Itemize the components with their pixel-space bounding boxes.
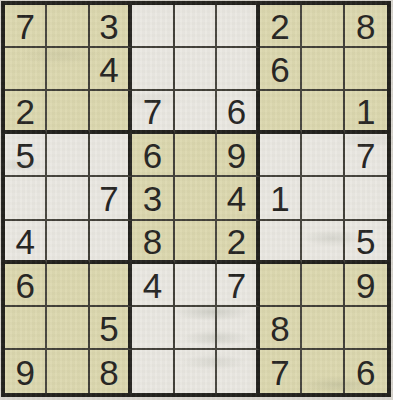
- given-digit: 7: [356, 138, 375, 173]
- sudoku-cell-r3c1: 2: [5, 91, 47, 134]
- sudoku-cell-r7c7[interactable]: [260, 264, 302, 307]
- sudoku-cell-r8c3: 5: [90, 307, 132, 350]
- sudoku-cell-r8c1[interactable]: [5, 307, 47, 350]
- sudoku-cell-r1c3: 3: [90, 5, 132, 48]
- sudoku-cell-r7c9: 9: [345, 264, 387, 307]
- sudoku-cell-r4c3[interactable]: [90, 134, 132, 177]
- sudoku-cell-r2c9[interactable]: [345, 48, 387, 91]
- sudoku-cell-r6c4: 8: [132, 221, 174, 264]
- sudoku-cell-r7c1: 6: [5, 264, 47, 307]
- sudoku-cell-r2c5[interactable]: [175, 48, 217, 91]
- sudoku-cell-r5c5[interactable]: [175, 177, 217, 220]
- sudoku-cell-r2c8[interactable]: [302, 48, 344, 91]
- sudoku-cell-r8c4[interactable]: [132, 307, 174, 350]
- sudoku-cell-r8c5[interactable]: [175, 307, 217, 350]
- given-digit: 6: [143, 138, 162, 173]
- given-digit: 7: [99, 181, 118, 216]
- sudoku-cell-r2c3: 4: [90, 48, 132, 91]
- given-digit: 5: [99, 311, 118, 346]
- given-digit: 8: [143, 224, 162, 259]
- given-digit: 4: [15, 224, 34, 259]
- sudoku-cell-r1c1: 7: [5, 5, 47, 48]
- sudoku-cell-r1c9: 8: [345, 5, 387, 48]
- sudoku-cell-r6c9: 5: [345, 221, 387, 264]
- sudoku-cell-r9c7: 7: [260, 350, 302, 393]
- sudoku-cell-r5c2[interactable]: [47, 177, 89, 220]
- sudoku-cell-r9c5[interactable]: [175, 350, 217, 393]
- given-digit: 1: [356, 94, 375, 129]
- given-digit: 9: [356, 268, 375, 303]
- sudoku-cell-r6c8[interactable]: [302, 221, 344, 264]
- sudoku-cell-r2c6[interactable]: [217, 48, 259, 91]
- given-digit: 7: [143, 94, 162, 129]
- sudoku-cell-r3c9: 1: [345, 91, 387, 134]
- sudoku-cell-r9c6[interactable]: [217, 350, 259, 393]
- sudoku-board: 73284627615697734148256479589876: [1, 1, 391, 397]
- sudoku-cell-r8c9[interactable]: [345, 307, 387, 350]
- given-digit: 3: [143, 181, 162, 216]
- sudoku-cell-r6c5[interactable]: [175, 221, 217, 264]
- given-digit: 6: [356, 355, 375, 390]
- given-digit: 7: [270, 355, 289, 390]
- sudoku-cell-r5c4: 3: [132, 177, 174, 220]
- given-digit: 9: [15, 355, 34, 390]
- sudoku-cell-r7c3[interactable]: [90, 264, 132, 307]
- sudoku-cell-r2c1[interactable]: [5, 48, 47, 91]
- sudoku-cell-r3c4: 7: [132, 91, 174, 134]
- sudoku-cell-r7c4: 4: [132, 264, 174, 307]
- sudoku-cell-r1c4[interactable]: [132, 5, 174, 48]
- given-digit: 4: [99, 52, 118, 87]
- sudoku-cell-r5c6: 4: [217, 177, 259, 220]
- sudoku-cell-r3c7[interactable]: [260, 91, 302, 134]
- sudoku-cell-r9c8[interactable]: [302, 350, 344, 393]
- sudoku-cell-r3c3[interactable]: [90, 91, 132, 134]
- sudoku-cell-r4c8[interactable]: [302, 134, 344, 177]
- given-digit: 7: [227, 268, 246, 303]
- sudoku-cell-r7c6: 7: [217, 264, 259, 307]
- sudoku-cell-r3c8[interactable]: [302, 91, 344, 134]
- given-digit: 8: [99, 355, 118, 390]
- sudoku-cell-r4c9: 7: [345, 134, 387, 177]
- sudoku-cell-r6c7[interactable]: [260, 221, 302, 264]
- sudoku-cell-r4c4: 6: [132, 134, 174, 177]
- sudoku-cell-r2c7: 6: [260, 48, 302, 91]
- given-digit: 1: [270, 181, 289, 216]
- sudoku-cell-r8c7: 8: [260, 307, 302, 350]
- sudoku-cell-r5c8[interactable]: [302, 177, 344, 220]
- newspaper-sudoku-scan: 73284627615697734148256479589876: [0, 0, 393, 400]
- given-digit: 5: [356, 224, 375, 259]
- sudoku-cell-r6c3[interactable]: [90, 221, 132, 264]
- sudoku-cell-r1c6[interactable]: [217, 5, 259, 48]
- sudoku-cell-r9c3: 8: [90, 350, 132, 393]
- given-digit: 5: [15, 138, 34, 173]
- given-digit: 8: [356, 9, 375, 44]
- sudoku-cell-r5c1[interactable]: [5, 177, 47, 220]
- sudoku-cell-r3c6: 6: [217, 91, 259, 134]
- sudoku-cell-r9c4[interactable]: [132, 350, 174, 393]
- sudoku-cell-r9c2[interactable]: [47, 350, 89, 393]
- sudoku-cell-r6c1: 4: [5, 221, 47, 264]
- sudoku-cell-r4c2[interactable]: [47, 134, 89, 177]
- given-digit: 7: [15, 9, 34, 44]
- sudoku-cell-r9c1: 9: [5, 350, 47, 393]
- sudoku-cell-r1c5[interactable]: [175, 5, 217, 48]
- sudoku-cell-r4c6: 9: [217, 134, 259, 177]
- given-digit: 4: [227, 181, 246, 216]
- sudoku-cell-r4c1: 5: [5, 134, 47, 177]
- sudoku-cell-r5c3: 7: [90, 177, 132, 220]
- given-digit: 3: [99, 9, 118, 44]
- sudoku-cell-r8c2[interactable]: [47, 307, 89, 350]
- sudoku-cell-r4c5[interactable]: [175, 134, 217, 177]
- sudoku-cell-r8c8[interactable]: [302, 307, 344, 350]
- given-digit: 2: [15, 94, 34, 129]
- sudoku-cell-r7c2[interactable]: [47, 264, 89, 307]
- sudoku-cell-r1c2[interactable]: [47, 5, 89, 48]
- sudoku-cell-r6c2[interactable]: [47, 221, 89, 264]
- sudoku-cell-r1c8[interactable]: [302, 5, 344, 48]
- sudoku-cell-r7c8[interactable]: [302, 264, 344, 307]
- sudoku-cell-r4c7[interactable]: [260, 134, 302, 177]
- sudoku-cell-r1c7: 2: [260, 5, 302, 48]
- given-digit: 8: [270, 311, 289, 346]
- sudoku-cell-r5c7: 1: [260, 177, 302, 220]
- sudoku-cell-r3c5[interactable]: [175, 91, 217, 134]
- given-digit: 4: [143, 268, 162, 303]
- sudoku-cell-r7c5[interactable]: [175, 264, 217, 307]
- given-digit: 6: [270, 52, 289, 87]
- sudoku-cell-r5c9[interactable]: [345, 177, 387, 220]
- given-digit: 6: [227, 94, 246, 129]
- given-digit: 9: [227, 138, 246, 173]
- sudoku-cell-r6c6: 2: [217, 221, 259, 264]
- sudoku-cell-r2c4[interactable]: [132, 48, 174, 91]
- given-digit: 2: [270, 9, 289, 44]
- sudoku-cell-r3c2[interactable]: [47, 91, 89, 134]
- given-digit: 6: [15, 268, 34, 303]
- sudoku-cell-r9c9: 6: [345, 350, 387, 393]
- sudoku-cell-r2c2[interactable]: [47, 48, 89, 91]
- given-digit: 2: [227, 224, 246, 259]
- sudoku-cell-r8c6[interactable]: [217, 307, 259, 350]
